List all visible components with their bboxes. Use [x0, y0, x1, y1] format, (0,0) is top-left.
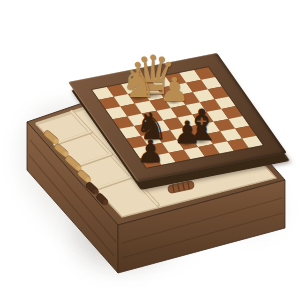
piece-black-pawn-a1[interactable]: ♟	[137, 136, 165, 167]
piece-white-knight-c7[interactable]: ♞	[121, 64, 157, 104]
piece-black-pawn-d2[interactable]: ♟	[173, 117, 201, 148]
chess-box-scene: ♛♞♟♞♝♟♟	[0, 0, 300, 300]
